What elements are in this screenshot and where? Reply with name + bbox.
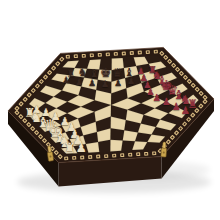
piece-dark-pawn-8[interactable]: ♟ — [62, 76, 70, 85]
three-player-chess-set-photo: ♜♞♝♛♚♝♞♜♟♟♟♟♟♟♟♟♜♞♝♛♚♝♞♜♟♟♟♟♟♟♟♟♜♞♝♛♚♝♞♜… — [0, 0, 220, 220]
piece-white-pawn-8[interactable]: ♟ — [76, 142, 87, 154]
piece-dark-pawn-6[interactable]: ♟ — [88, 78, 96, 87]
piece-white-rook[interactable]: ♜ — [63, 141, 76, 155]
pieces-layer: ♜♞♝♛♚♝♞♜♟♟♟♟♟♟♟♟♜♞♝♛♚♝♞♜♟♟♟♟♟♟♟♟♜♞♝♛♚♝♞♜… — [0, 0, 220, 220]
piece-red-pawn-2[interactable]: ♟ — [171, 101, 180, 111]
piece-red-pawn-3[interactable]: ♟ — [162, 97, 171, 107]
piece-red-pawn-1[interactable]: ♟ — [181, 106, 190, 116]
piece-dark-pawn-4[interactable]: ♟ — [114, 79, 122, 88]
piece-dark-pawn-5[interactable]: ♟ — [101, 80, 109, 89]
piece-dark-pawn-3[interactable]: ♟ — [127, 76, 135, 85]
piece-red-pawn-4[interactable]: ♟ — [153, 92, 162, 102]
piece-dark-pawn-7[interactable]: ♟ — [75, 77, 83, 86]
